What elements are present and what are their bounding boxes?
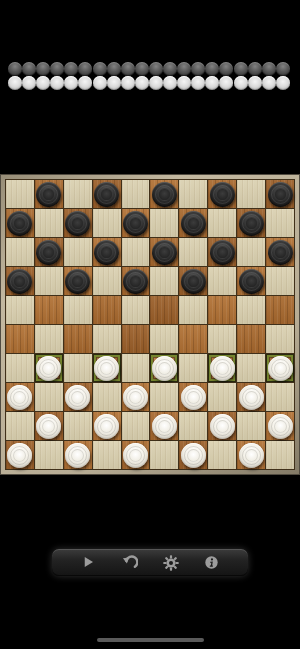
square-r5c7[interactable] [179,296,207,324]
app-screen [0,0,300,649]
checkers-board [0,174,300,475]
white-piece[interactable] [181,443,206,468]
square-r8c8[interactable] [208,383,236,411]
square-r9c4[interactable] [93,412,121,440]
toolbar [52,549,248,576]
white-piece[interactable] [94,356,119,381]
square-r4c8[interactable] [208,267,236,295]
tray-row-light-pieces [8,76,290,90]
square-r3c3[interactable] [64,238,92,266]
black-piece[interactable] [181,269,206,294]
square-r3c7[interactable] [179,238,207,266]
square-r6c8[interactable] [208,325,236,353]
square-r5c5[interactable] [122,296,150,324]
black-piece[interactable] [7,211,32,236]
square-r9c10[interactable] [266,412,294,440]
tray-piece-light [36,76,50,90]
tray-piece-light [78,76,92,90]
square-r8c7[interactable] [179,383,207,411]
tray-piece-light [149,76,163,90]
tray-piece-light [234,76,248,90]
square-r6c5[interactable] [122,325,150,353]
square-r10c3[interactable] [64,441,92,469]
square-r5c6[interactable] [150,296,178,324]
square-r2c4[interactable] [93,209,121,237]
white-piece[interactable] [7,385,32,410]
square-r4c7[interactable] [179,267,207,295]
square-r3c1[interactable] [6,238,34,266]
undo-arrow-icon [122,555,138,571]
white-piece[interactable] [152,356,177,381]
square-r10c10[interactable] [266,441,294,469]
square-r2c1[interactable] [6,209,34,237]
square-r9c7[interactable] [179,412,207,440]
black-piece[interactable] [94,240,119,265]
tray-piece-light [248,76,262,90]
black-piece[interactable] [7,269,32,294]
square-r10c4[interactable] [93,441,121,469]
white-piece[interactable] [239,443,264,468]
board-grid [5,179,295,470]
tray-piece-dark [248,62,262,76]
square-r1c6[interactable] [150,180,178,208]
square-r1c3[interactable] [64,180,92,208]
tray-piece-light [219,76,233,90]
white-piece[interactable] [181,385,206,410]
square-r5c10[interactable] [266,296,294,324]
square-r5c8[interactable] [208,296,236,324]
play-icon [81,555,96,570]
tray-piece-light [163,76,177,90]
square-r5c1[interactable] [6,296,34,324]
square-r1c10[interactable] [266,180,294,208]
tray-piece-light [64,76,78,90]
square-r7c8[interactable] [208,354,236,382]
black-piece[interactable] [239,269,264,294]
square-r6c2[interactable] [35,325,63,353]
square-r3c5[interactable] [122,238,150,266]
square-r4c1[interactable] [6,267,34,295]
square-r2c5[interactable] [122,209,150,237]
square-r2c10[interactable] [266,209,294,237]
black-piece[interactable] [152,182,177,207]
tray-piece-light [22,76,36,90]
square-r6c10[interactable] [266,325,294,353]
square-r7c5[interactable] [122,354,150,382]
tray-piece-dark [177,62,191,76]
square-r2c2[interactable] [35,209,63,237]
tray-piece-dark [36,62,50,76]
black-piece[interactable] [268,240,293,265]
play-button[interactable] [77,549,101,576]
square-r4c4[interactable] [93,267,121,295]
black-piece[interactable] [210,182,235,207]
square-r3c6[interactable] [150,238,178,266]
square-r3c9[interactable] [237,238,265,266]
square-r10c9[interactable] [237,441,265,469]
tray-piece-dark [262,62,276,76]
gear-icon [163,555,179,571]
tray-piece-dark [8,62,22,76]
white-piece[interactable] [36,414,61,439]
black-piece[interactable] [123,269,148,294]
white-piece[interactable] [7,443,32,468]
square-r8c10[interactable] [266,383,294,411]
square-r4c5[interactable] [122,267,150,295]
square-r7c6[interactable] [150,354,178,382]
square-r7c7[interactable] [179,354,207,382]
square-r1c8[interactable] [208,180,236,208]
square-r2c3[interactable] [64,209,92,237]
white-piece[interactable] [268,414,293,439]
tray-piece-dark [64,62,78,76]
square-r8c6[interactable] [150,383,178,411]
tray-piece-light [191,76,205,90]
square-r2c6[interactable] [150,209,178,237]
info-button[interactable] [200,549,224,576]
black-piece[interactable] [152,240,177,265]
home-indicator[interactable] [97,638,204,642]
black-piece[interactable] [210,240,235,265]
square-r3c8[interactable] [208,238,236,266]
square-r1c4[interactable] [93,180,121,208]
square-r10c5[interactable] [122,441,150,469]
square-r1c2[interactable] [35,180,63,208]
square-r9c6[interactable] [150,412,178,440]
black-piece[interactable] [181,211,206,236]
square-r1c5[interactable] [122,180,150,208]
square-r9c1[interactable] [6,412,34,440]
white-piece[interactable] [268,356,293,381]
tray-piece-dark [50,62,64,76]
square-r6c7[interactable] [179,325,207,353]
square-r10c6[interactable] [150,441,178,469]
square-r10c8[interactable] [208,441,236,469]
square-r3c4[interactable] [93,238,121,266]
white-piece[interactable] [123,385,148,410]
tray-piece-dark [22,62,36,76]
square-r5c9[interactable] [237,296,265,324]
tray-row-dark-pieces [8,62,290,76]
white-piece[interactable] [65,443,90,468]
white-piece[interactable] [239,385,264,410]
square-r9c5[interactable] [122,412,150,440]
tray-piece-light [262,76,276,90]
tray-piece-dark [135,62,149,76]
square-r2c9[interactable] [237,209,265,237]
tray-piece-dark [191,62,205,76]
tray-piece-light [107,76,121,90]
square-r4c3[interactable] [64,267,92,295]
square-r1c7[interactable] [179,180,207,208]
tray-piece-light [276,76,290,90]
square-r2c7[interactable] [179,209,207,237]
tray-piece-dark [149,62,163,76]
tray-piece-light [177,76,191,90]
tray-piece-dark [78,62,92,76]
square-r3c2[interactable] [35,238,63,266]
black-piece[interactable] [36,240,61,265]
info-icon [204,555,219,570]
tray-piece-dark [163,62,177,76]
undo-button[interactable] [118,549,142,576]
square-r7c4[interactable] [93,354,121,382]
tray-piece-dark [121,62,135,76]
tray-piece-dark [276,62,290,76]
square-r3c10[interactable] [266,238,294,266]
square-r6c4[interactable] [93,325,121,353]
square-r9c2[interactable] [35,412,63,440]
square-r6c6[interactable] [150,325,178,353]
square-r10c1[interactable] [6,441,34,469]
square-r8c9[interactable] [237,383,265,411]
square-r5c3[interactable] [64,296,92,324]
square-r2c8[interactable] [208,209,236,237]
square-r7c1[interactable] [6,354,34,382]
reserve-pieces-tray [8,62,290,90]
white-piece[interactable] [94,414,119,439]
square-r5c2[interactable] [35,296,63,324]
black-piece[interactable] [36,182,61,207]
square-r1c1[interactable] [6,180,34,208]
square-r6c3[interactable] [64,325,92,353]
black-piece[interactable] [65,269,90,294]
black-piece[interactable] [268,182,293,207]
square-r9c9[interactable] [237,412,265,440]
black-piece[interactable] [94,182,119,207]
square-r7c9[interactable] [237,354,265,382]
tray-piece-light [50,76,64,90]
square-r8c2[interactable] [35,383,63,411]
square-r8c4[interactable] [93,383,121,411]
settings-button[interactable] [159,549,183,576]
square-r8c1[interactable] [6,383,34,411]
square-r8c3[interactable] [64,383,92,411]
black-piece[interactable] [123,211,148,236]
square-r6c1[interactable] [6,325,34,353]
tray-piece-dark [107,62,121,76]
tray-piece-dark [234,62,248,76]
square-r7c3[interactable] [64,354,92,382]
square-r4c2[interactable] [35,267,63,295]
tray-piece-dark [93,62,107,76]
square-r10c2[interactable] [35,441,63,469]
square-r9c3[interactable] [64,412,92,440]
tray-piece-light [121,76,135,90]
tray-piece-dark [205,62,219,76]
black-piece[interactable] [239,211,264,236]
white-piece[interactable] [65,385,90,410]
tray-piece-light [205,76,219,90]
square-r4c10[interactable] [266,267,294,295]
white-piece[interactable] [152,414,177,439]
square-r4c9[interactable] [237,267,265,295]
white-piece[interactable] [36,356,61,381]
square-r7c2[interactable] [35,354,63,382]
square-r1c9[interactable] [237,180,265,208]
tray-piece-light [135,76,149,90]
tray-piece-dark [219,62,233,76]
square-r4c6[interactable] [150,267,178,295]
square-r6c9[interactable] [237,325,265,353]
square-r5c4[interactable] [93,296,121,324]
black-piece[interactable] [65,211,90,236]
tray-piece-light [93,76,107,90]
white-piece[interactable] [123,443,148,468]
white-piece[interactable] [210,414,235,439]
tray-piece-light [8,76,22,90]
square-r9c8[interactable] [208,412,236,440]
square-r7c10[interactable] [266,354,294,382]
square-r8c5[interactable] [122,383,150,411]
white-piece[interactable] [210,356,235,381]
square-r10c7[interactable] [179,441,207,469]
